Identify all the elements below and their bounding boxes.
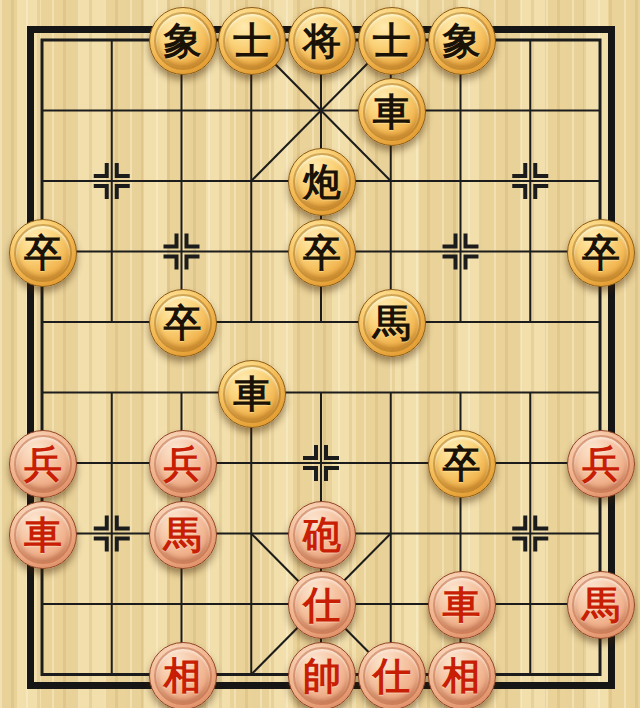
piece-label: 車: [24, 516, 62, 554]
piece-label: 卒: [164, 304, 202, 342]
piece-label: 炮: [303, 163, 341, 201]
piece-black-soldier[interactable]: 卒: [149, 289, 217, 357]
piece-red-horse[interactable]: 馬: [567, 571, 635, 639]
piece-label: 象: [164, 22, 202, 60]
piece-label: 卒: [303, 234, 341, 272]
piece-black-soldier[interactable]: 卒: [9, 219, 77, 287]
piece-black-horse[interactable]: 馬: [358, 289, 426, 357]
piece-black-soldier[interactable]: 卒: [567, 219, 635, 287]
piece-red-soldier[interactable]: 兵: [9, 430, 77, 498]
piece-red-general[interactable]: 帥: [288, 642, 356, 708]
piece-label: 兵: [164, 445, 202, 483]
piece-black-advisor[interactable]: 士: [218, 7, 286, 75]
piece-red-chariot[interactable]: 車: [428, 571, 496, 639]
piece-label: 馬: [582, 586, 620, 624]
xiangqi-board[interactable]: 象士将士象車炮卒卒卒卒馬車兵兵卒兵車馬砲仕車馬相帥仕相: [0, 0, 640, 708]
piece-label: 兵: [24, 445, 62, 483]
piece-label: 相: [164, 657, 202, 695]
piece-label: 士: [373, 22, 411, 60]
piece-black-general[interactable]: 将: [288, 7, 356, 75]
piece-red-soldier[interactable]: 兵: [149, 430, 217, 498]
piece-black-elephant[interactable]: 象: [149, 7, 217, 75]
piece-label: 卒: [582, 234, 620, 272]
piece-red-soldier[interactable]: 兵: [567, 430, 635, 498]
piece-label: 車: [233, 375, 271, 413]
piece-label: 象: [443, 22, 481, 60]
piece-black-cannon[interactable]: 炮: [288, 148, 356, 216]
piece-label: 車: [373, 93, 411, 131]
piece-black-elephant[interactable]: 象: [428, 7, 496, 75]
piece-label: 車: [443, 586, 481, 624]
piece-black-chariot[interactable]: 車: [358, 78, 426, 146]
piece-label: 馬: [373, 304, 411, 342]
piece-label: 帥: [303, 657, 341, 695]
piece-label: 仕: [303, 586, 341, 624]
piece-black-soldier[interactable]: 卒: [288, 219, 356, 287]
piece-red-chariot[interactable]: 車: [9, 501, 77, 569]
piece-black-soldier[interactable]: 卒: [428, 430, 496, 498]
piece-black-advisor[interactable]: 士: [358, 7, 426, 75]
piece-label: 兵: [582, 445, 620, 483]
piece-label: 卒: [443, 445, 481, 483]
piece-label: 仕: [373, 657, 411, 695]
piece-red-horse[interactable]: 馬: [149, 501, 217, 569]
piece-red-cannon[interactable]: 砲: [288, 501, 356, 569]
piece-red-advisor[interactable]: 仕: [358, 642, 426, 708]
piece-black-chariot[interactable]: 車: [218, 360, 286, 428]
piece-red-elephant[interactable]: 相: [149, 642, 217, 708]
piece-label: 士: [233, 22, 271, 60]
piece-red-advisor[interactable]: 仕: [288, 571, 356, 639]
piece-label: 相: [443, 657, 481, 695]
piece-label: 馬: [164, 516, 202, 554]
piece-label: 将: [303, 22, 341, 60]
piece-label: 卒: [24, 234, 62, 272]
piece-red-elephant[interactable]: 相: [428, 642, 496, 708]
piece-label: 砲: [303, 516, 341, 554]
